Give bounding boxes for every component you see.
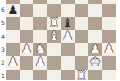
square-e2[interactable] bbox=[61, 56, 75, 69]
square-a5[interactable] bbox=[6, 17, 20, 30]
rank-label-2: 2 bbox=[0, 60, 6, 66]
square-e3[interactable] bbox=[61, 43, 75, 56]
square-a2[interactable]: ♟ bbox=[6, 56, 20, 69]
square-h3[interactable]: ♟ bbox=[102, 43, 116, 56]
square-d1[interactable] bbox=[47, 70, 61, 81]
rank-label-6: 6 bbox=[0, 7, 6, 13]
white-rook-f1[interactable]: ♜ bbox=[75, 69, 89, 80]
white-pawn-a2[interactable]: ♟ bbox=[6, 56, 20, 69]
square-a6[interactable]: ♟ bbox=[6, 4, 20, 17]
square-e4[interactable]: ♟ bbox=[61, 30, 75, 43]
rank-label-1: 1 bbox=[0, 73, 6, 79]
square-b6[interactable] bbox=[20, 4, 34, 17]
rank-label-3: 3 bbox=[0, 47, 6, 53]
white-pawn-b3[interactable]: ♟ bbox=[20, 43, 34, 56]
square-f1[interactable]: ♜ bbox=[75, 70, 89, 81]
black-pawn-a6[interactable]: ♟ bbox=[6, 3, 20, 16]
chess-diagram: ♟♟♚♟♟♟♟♜♝♝♟♟♞♟♟♟♟♚♜ 654321 bbox=[0, 0, 120, 80]
square-g2[interactable]: ♚ bbox=[88, 56, 102, 69]
square-c5[interactable] bbox=[33, 17, 47, 30]
square-g6[interactable] bbox=[88, 4, 102, 17]
rank-label-4: 4 bbox=[0, 34, 6, 40]
square-f6[interactable] bbox=[75, 4, 89, 17]
chessboard: ♟♟♚♟♟♟♟♜♝♝♟♟♞♟♟♟♟♚♜ bbox=[6, 0, 116, 80]
white-bishop-d4[interactable]: ♝ bbox=[47, 30, 61, 43]
square-e1[interactable] bbox=[61, 70, 75, 81]
square-h2[interactable] bbox=[102, 56, 116, 69]
rank-label-5: 5 bbox=[0, 20, 6, 26]
square-g5[interactable] bbox=[88, 17, 102, 30]
white-pawn-e4[interactable]: ♟ bbox=[61, 30, 75, 43]
square-a4[interactable] bbox=[6, 30, 20, 43]
square-d2[interactable] bbox=[47, 56, 61, 69]
square-c2[interactable]: ♟ bbox=[33, 56, 47, 69]
square-d4[interactable]: ♝ bbox=[47, 30, 61, 43]
square-a1[interactable] bbox=[6, 70, 20, 81]
square-h1[interactable] bbox=[102, 70, 116, 81]
square-h6[interactable] bbox=[102, 4, 116, 17]
square-f5[interactable] bbox=[75, 17, 89, 30]
square-b1[interactable] bbox=[20, 70, 34, 81]
square-h5[interactable] bbox=[102, 17, 116, 30]
square-b2[interactable] bbox=[20, 56, 34, 69]
square-c1[interactable] bbox=[33, 70, 47, 81]
white-pawn-c2[interactable]: ♟ bbox=[33, 56, 47, 69]
square-b3[interactable]: ♟ bbox=[20, 43, 34, 56]
square-c6[interactable] bbox=[33, 4, 47, 17]
white-king-g2[interactable]: ♚ bbox=[88, 56, 102, 69]
square-f3[interactable] bbox=[75, 43, 89, 56]
square-d3[interactable] bbox=[47, 43, 61, 56]
white-pawn-h3[interactable]: ♟ bbox=[102, 43, 116, 56]
square-b5[interactable] bbox=[20, 17, 34, 30]
square-f4[interactable] bbox=[75, 30, 89, 43]
square-g1[interactable] bbox=[88, 70, 102, 81]
